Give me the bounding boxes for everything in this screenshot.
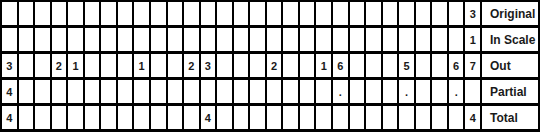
grid-cell xyxy=(250,28,265,51)
grid-cell xyxy=(366,54,381,77)
grid-cell xyxy=(19,2,34,25)
grid-cell xyxy=(250,106,265,129)
grid-cell xyxy=(383,54,398,77)
grid-cell: 5 xyxy=(399,54,414,77)
grid-cell xyxy=(300,80,315,103)
grid-cell xyxy=(366,2,381,25)
grid-cell: 6 xyxy=(449,54,464,77)
grid-cell xyxy=(416,80,431,103)
grid-cell xyxy=(184,80,199,103)
grid-cell xyxy=(68,28,83,51)
grid-cell xyxy=(333,2,348,25)
grid-cell xyxy=(35,106,50,129)
grid-cell xyxy=(234,80,249,103)
grid-cell xyxy=(168,106,183,129)
grid-cell xyxy=(350,28,365,51)
grid-cell xyxy=(19,106,34,129)
grid-cell xyxy=(168,28,183,51)
grid-cell xyxy=(366,80,381,103)
grid-cell xyxy=(68,106,83,129)
grid-cell xyxy=(52,106,67,129)
grid-cell xyxy=(168,54,183,77)
grid-cell xyxy=(234,28,249,51)
grid-cell: 1 xyxy=(134,54,149,77)
grid-cell xyxy=(118,54,133,77)
grid-cell xyxy=(118,106,133,129)
grid-cell: . xyxy=(399,80,414,103)
grid-cell xyxy=(19,80,34,103)
grid-cell xyxy=(267,2,282,25)
grid-cell xyxy=(217,54,232,77)
grid-cell: 2 xyxy=(267,54,282,77)
grid-cell: 3 xyxy=(2,54,17,77)
grid-cell xyxy=(316,106,331,129)
grid-cell xyxy=(85,2,100,25)
grid-cell xyxy=(68,2,83,25)
grid-cell xyxy=(35,28,50,51)
grid-cell xyxy=(399,28,414,51)
grid-cell xyxy=(168,80,183,103)
grid-cell xyxy=(217,106,232,129)
grid-cell xyxy=(201,28,216,51)
grid-cell xyxy=(449,28,464,51)
row-label: Partial xyxy=(482,80,538,103)
grid-cell xyxy=(350,106,365,129)
grid-cell xyxy=(85,106,100,129)
grid-cell: 3 xyxy=(465,2,480,25)
grid-cell xyxy=(350,80,365,103)
grid-cell xyxy=(399,2,414,25)
grid-cell xyxy=(151,54,166,77)
grid-cell xyxy=(118,28,133,51)
grid-cell xyxy=(234,54,249,77)
grid-cell xyxy=(383,106,398,129)
grid-cell xyxy=(101,28,116,51)
grid-cell: 3 xyxy=(201,54,216,77)
grid-cell xyxy=(316,2,331,25)
grid-cell: 6 xyxy=(333,54,348,77)
grid-cell xyxy=(134,2,149,25)
grid-cell xyxy=(283,2,298,25)
grid-cell xyxy=(383,2,398,25)
grid-cell xyxy=(134,106,149,129)
score-grid: 3Original1In Scale321123216567Out4...Par… xyxy=(0,0,540,132)
grid-cell xyxy=(118,80,133,103)
grid-cell xyxy=(432,80,447,103)
grid-cell xyxy=(267,80,282,103)
grid-cell xyxy=(101,54,116,77)
grid-cell xyxy=(85,80,100,103)
grid-cell xyxy=(283,54,298,77)
grid-cell xyxy=(300,54,315,77)
grid-cell xyxy=(350,54,365,77)
grid-cell xyxy=(250,2,265,25)
grid-cell xyxy=(432,54,447,77)
grid-cell xyxy=(465,80,480,103)
grid-cell: 7 xyxy=(465,54,480,77)
grid-cell xyxy=(250,80,265,103)
grid-cell xyxy=(151,106,166,129)
grid-cell xyxy=(449,106,464,129)
grid-cell xyxy=(19,28,34,51)
grid-cell xyxy=(366,28,381,51)
grid-cell xyxy=(416,2,431,25)
grid-cell xyxy=(52,28,67,51)
grid-cell: 1 xyxy=(316,54,331,77)
grid-cell xyxy=(85,28,100,51)
grid-cell xyxy=(416,54,431,77)
grid-cell xyxy=(333,28,348,51)
grid-cell xyxy=(101,80,116,103)
grid-cell xyxy=(217,28,232,51)
row-label: Out xyxy=(482,54,538,77)
grid-cell xyxy=(300,106,315,129)
grid-cell: . xyxy=(333,80,348,103)
grid-cell xyxy=(316,80,331,103)
grid-cell xyxy=(300,28,315,51)
grid-cell xyxy=(68,80,83,103)
grid-cell: 1 xyxy=(68,54,83,77)
grid-cell xyxy=(168,2,183,25)
grid-cell xyxy=(35,2,50,25)
grid-cell: 4 xyxy=(201,106,216,129)
grid-cell xyxy=(201,2,216,25)
grid-cell: 2 xyxy=(184,54,199,77)
grid-cell xyxy=(151,2,166,25)
grid-cell: . xyxy=(449,80,464,103)
grid-cell xyxy=(283,106,298,129)
grid-cell: 2 xyxy=(52,54,67,77)
grid-cell xyxy=(416,106,431,129)
grid-cell xyxy=(432,2,447,25)
grid-cell xyxy=(184,28,199,51)
grid-cell xyxy=(234,2,249,25)
grid-cell xyxy=(217,80,232,103)
grid-cell xyxy=(35,80,50,103)
grid-cell xyxy=(300,2,315,25)
grid-cell xyxy=(151,28,166,51)
grid-cell: 4 xyxy=(465,106,480,129)
grid-cell xyxy=(432,106,447,129)
grid-cell xyxy=(151,80,166,103)
grid-cell xyxy=(85,54,100,77)
grid-cell xyxy=(416,28,431,51)
grid-cell xyxy=(234,106,249,129)
grid-cell: 4 xyxy=(2,106,17,129)
grid-cell xyxy=(118,2,133,25)
grid-cell xyxy=(101,2,116,25)
grid-cell xyxy=(52,2,67,25)
grid-cell xyxy=(283,28,298,51)
grid-cell xyxy=(267,28,282,51)
grid-cell: 4 xyxy=(2,80,17,103)
grid-cell xyxy=(283,80,298,103)
row-label: In Scale xyxy=(482,28,538,51)
grid-cell xyxy=(449,2,464,25)
grid-cell xyxy=(250,54,265,77)
grid-cell xyxy=(383,80,398,103)
grid-cell xyxy=(184,106,199,129)
grid-cell xyxy=(2,28,17,51)
grid-cell: 1 xyxy=(465,28,480,51)
grid-cell xyxy=(350,2,365,25)
grid-cell xyxy=(267,106,282,129)
grid-cell xyxy=(432,28,447,51)
row-label: Original xyxy=(482,2,538,25)
grid-cell xyxy=(333,106,348,129)
grid-cell xyxy=(134,80,149,103)
grid-cell xyxy=(383,28,398,51)
grid-cell xyxy=(134,28,149,51)
row-label: Total xyxy=(482,106,538,129)
grid-cell xyxy=(316,28,331,51)
grid-cell xyxy=(52,80,67,103)
grid-cell xyxy=(19,54,34,77)
grid-cell xyxy=(366,106,381,129)
grid-cell xyxy=(101,106,116,129)
grid-cell xyxy=(184,2,199,25)
grid-cell xyxy=(35,54,50,77)
grid-cell xyxy=(201,80,216,103)
grid-cell xyxy=(399,106,414,129)
grid-cell xyxy=(2,2,17,25)
grid-cell xyxy=(217,2,232,25)
